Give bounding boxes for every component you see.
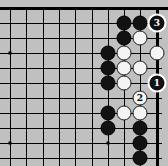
stone-white-R15 <box>117 61 132 76</box>
go-board-diagram: 312 <box>0 0 168 166</box>
stone-white-S12 <box>133 106 148 121</box>
stone-white-R14 <box>117 76 132 91</box>
stone-black-Q14 <box>101 76 116 91</box>
star-point-K10 <box>9 142 12 145</box>
star-point-K16 <box>9 52 12 55</box>
grid-line-v <box>43 7 44 166</box>
stone-white-R12 <box>117 106 132 121</box>
stone-black-Q11 <box>101 121 116 136</box>
stone-white-T16 <box>150 46 165 61</box>
stone-black-Q12 <box>101 106 116 121</box>
stone-black-Q16 <box>101 46 116 61</box>
stone-black-S18 <box>133 16 148 31</box>
grid-line-v <box>92 7 93 166</box>
stone-black-S10 <box>133 136 148 151</box>
stone-black-Q15 <box>101 61 116 76</box>
move-2-stone-white-S13: 2 <box>133 91 148 106</box>
stone-black-R18 <box>117 16 132 31</box>
stone-white-S17 <box>133 31 148 46</box>
grid-line-h <box>0 53 162 54</box>
move-3-stone-black-T18: 3 <box>150 16 165 31</box>
move-1-stone-black-T14: 1 <box>150 76 165 91</box>
grid-line-v <box>26 7 27 166</box>
stone-white-S15 <box>133 61 148 76</box>
star-point-Q10 <box>107 142 110 145</box>
grid-line-h <box>0 83 162 84</box>
stone-black-S9 <box>133 151 148 166</box>
stone-black-S11 <box>133 121 148 136</box>
grid-line-v <box>59 7 60 166</box>
grid-line-v <box>75 7 76 166</box>
stone-black-R17 <box>117 31 132 46</box>
stone-white-R16 <box>117 46 132 61</box>
